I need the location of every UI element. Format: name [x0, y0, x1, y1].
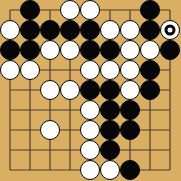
intersection-r5c5[interactable]: ●: [80, 80, 100, 100]
intersection-r7c5[interactable]: ●: [80, 120, 100, 140]
intersection-r5c4[interactable]: ●: [60, 80, 80, 100]
intersection-r9c3[interactable]: [40, 160, 60, 180]
intersection-r6c5[interactable]: ●: [80, 100, 100, 120]
intersection-r2c8[interactable]: ●: [140, 20, 160, 40]
intersection-r3c2[interactable]: ●: [20, 40, 40, 60]
white-stone: ●: [120, 60, 140, 80]
intersection-r7c1[interactable]: [0, 120, 20, 140]
white-stone: ●: [80, 140, 100, 160]
black-stone: ●: [140, 80, 160, 100]
black-stone: ●: [80, 80, 100, 100]
intersection-r1c7[interactable]: [120, 0, 140, 20]
white-stone: ●: [80, 100, 100, 120]
intersection-r6c6[interactable]: ●: [100, 100, 120, 120]
intersection-r3c6[interactable]: ●: [100, 40, 120, 60]
intersection-r9c6[interactable]: ●: [100, 160, 120, 180]
intersection-r3c5[interactable]: ●: [80, 40, 100, 60]
white-stone: ●: [60, 0, 80, 20]
board-intersections: ●●●●●●●●●●●●●●●●●●●●●●●●●●●●●●●●●●●●●●●●…: [0, 0, 180, 180]
intersection-r2c7[interactable]: ●: [120, 20, 140, 40]
intersection-r4c9[interactable]: [160, 60, 180, 80]
black-stone: ●: [100, 100, 120, 120]
intersection-r2c6[interactable]: ●: [100, 20, 120, 40]
last-move-marker: [165, 25, 176, 36]
intersection-r6c9[interactable]: [160, 100, 180, 120]
intersection-r1c1[interactable]: [0, 0, 20, 20]
intersection-r4c7[interactable]: ●: [120, 60, 140, 80]
intersection-r4c4[interactable]: [60, 60, 80, 80]
black-stone: ●: [120, 120, 140, 140]
white-stone: ●: [120, 40, 140, 60]
intersection-r5c9[interactable]: [160, 80, 180, 100]
intersection-r1c9[interactable]: [160, 0, 180, 20]
intersection-r5c6[interactable]: ●: [100, 80, 120, 100]
intersection-r7c6[interactable]: ●: [100, 120, 120, 140]
intersection-r1c4[interactable]: ●: [60, 0, 80, 20]
black-stone: ●: [0, 40, 20, 60]
intersection-r5c3[interactable]: ●: [40, 80, 60, 100]
white-stone: ●: [80, 160, 100, 180]
intersection-r6c4[interactable]: [60, 100, 80, 120]
intersection-r4c8[interactable]: ●: [140, 60, 160, 80]
white-stone: ●: [100, 60, 120, 80]
intersection-r2c3[interactable]: ●: [40, 20, 60, 40]
intersection-r2c5[interactable]: ●: [80, 20, 100, 40]
intersection-r4c3[interactable]: [40, 60, 60, 80]
intersection-r9c5[interactable]: ●: [80, 160, 100, 180]
intersection-r3c1[interactable]: ●: [0, 40, 20, 60]
white-stone: ●: [120, 80, 140, 100]
intersection-r6c8[interactable]: [140, 100, 160, 120]
black-stone: ●: [20, 20, 40, 40]
intersection-r5c7[interactable]: ●: [120, 80, 140, 100]
black-stone: ●: [80, 40, 100, 60]
black-stone: ●: [140, 0, 160, 20]
white-stone: ●: [80, 120, 100, 140]
black-stone: ●: [100, 140, 120, 160]
white-stone: ●: [120, 20, 140, 40]
intersection-r8c5[interactable]: ●: [80, 140, 100, 160]
black-stone: ●: [120, 160, 140, 180]
white-stone: ●: [40, 40, 60, 60]
intersection-r9c2[interactable]: [20, 160, 40, 180]
black-stone: ●: [100, 120, 120, 140]
intersection-r3c3[interactable]: ●: [40, 40, 60, 60]
black-stone: ●: [40, 20, 60, 40]
intersection-r1c5[interactable]: ●: [80, 0, 100, 20]
intersection-r8c3[interactable]: [40, 140, 60, 160]
intersection-r8c4[interactable]: [60, 140, 80, 160]
intersection-r1c6[interactable]: [100, 0, 120, 20]
intersection-r9c4[interactable]: [60, 160, 80, 180]
black-stone: ●: [80, 20, 100, 40]
white-stone: ●: [0, 60, 20, 80]
white-stone: ●: [40, 80, 60, 100]
intersection-r5c2[interactable]: [20, 80, 40, 100]
intersection-r3c9[interactable]: ●: [160, 40, 180, 60]
intersection-r6c3[interactable]: [40, 100, 60, 120]
white-stone: ●: [80, 60, 100, 80]
go-board: ●●●●●●●●●●●●●●●●●●●●●●●●●●●●●●●●●●●●●●●●…: [0, 0, 181, 181]
intersection-r6c7[interactable]: ●: [120, 100, 140, 120]
white-stone: ●: [60, 40, 80, 60]
white-stone: ●: [140, 40, 160, 60]
intersection-r8c9[interactable]: [160, 140, 180, 160]
black-stone: ●: [140, 20, 160, 40]
intersection-r8c8[interactable]: [140, 140, 160, 160]
intersection-r8c7[interactable]: [120, 140, 140, 160]
intersection-r4c5[interactable]: ●: [80, 60, 100, 80]
black-stone: ●: [20, 0, 40, 20]
white-stone: ●: [100, 20, 120, 40]
black-stone: ●: [120, 100, 140, 120]
intersection-r7c3[interactable]: ●: [40, 120, 60, 140]
intersection-r5c8[interactable]: ●: [140, 80, 160, 100]
intersection-r4c1[interactable]: ●: [0, 60, 20, 80]
intersection-r1c8[interactable]: ●: [140, 0, 160, 20]
intersection-r8c2[interactable]: [20, 140, 40, 160]
intersection-r7c7[interactable]: ●: [120, 120, 140, 140]
black-stone: ●: [160, 40, 180, 60]
intersection-r1c3[interactable]: [40, 0, 60, 20]
intersection-r3c7[interactable]: ●: [120, 40, 140, 60]
intersection-r7c4[interactable]: [60, 120, 80, 140]
intersection-r5c1[interactable]: [0, 80, 20, 100]
intersection-r2c9[interactable]: ●: [160, 20, 180, 40]
intersection-r1c2[interactable]: ●: [20, 0, 40, 20]
intersection-r9c8[interactable]: [140, 160, 160, 180]
black-stone: ●: [100, 80, 120, 100]
intersection-r9c7[interactable]: ●: [120, 160, 140, 180]
intersection-r7c8[interactable]: [140, 120, 160, 140]
intersection-r3c4[interactable]: ●: [60, 40, 80, 60]
white-stone: ●: [60, 80, 80, 100]
intersection-r9c1[interactable]: [0, 160, 20, 180]
black-stone: ●: [60, 20, 80, 40]
black-stone: ●: [20, 40, 40, 60]
intersection-r9c9[interactable]: [160, 160, 180, 180]
intersection-r3c8[interactable]: ●: [140, 40, 160, 60]
white-stone: ●: [40, 120, 60, 140]
intersection-r2c4[interactable]: ●: [60, 20, 80, 40]
intersection-r6c1[interactable]: [0, 100, 20, 120]
intersection-r2c1[interactable]: ●: [0, 20, 20, 40]
intersection-r7c2[interactable]: [20, 120, 40, 140]
intersection-r4c6[interactable]: ●: [100, 60, 120, 80]
black-stone: ●: [140, 60, 160, 80]
intersection-r4c2[interactable]: ●: [20, 60, 40, 80]
black-stone: ●: [100, 40, 120, 60]
white-stone: ●: [20, 60, 40, 80]
intersection-r7c9[interactable]: [160, 120, 180, 140]
intersection-r8c1[interactable]: [0, 140, 20, 160]
white-stone: ●: [80, 0, 100, 20]
white-stone: ●: [100, 160, 120, 180]
intersection-r6c2[interactable]: [20, 100, 40, 120]
intersection-r8c6[interactable]: ●: [100, 140, 120, 160]
white-stone: ●: [0, 20, 20, 40]
intersection-r2c2[interactable]: ●: [20, 20, 40, 40]
